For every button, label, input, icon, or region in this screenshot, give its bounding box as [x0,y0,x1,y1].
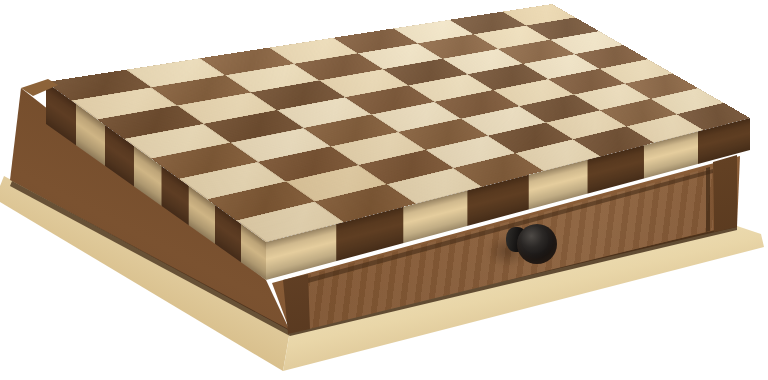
chess-board-box-photo [0,0,768,380]
drawer-knob[interactable] [517,224,557,264]
